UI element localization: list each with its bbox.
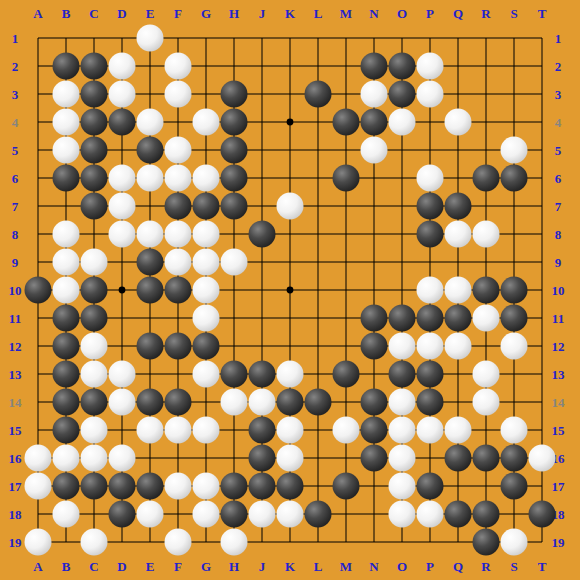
stone-black[interactable] — [221, 361, 248, 388]
col-label-top: J — [259, 6, 266, 21]
row-label-right: 9 — [555, 255, 562, 270]
stone-white[interactable] — [473, 221, 500, 248]
stone-white[interactable] — [109, 221, 136, 248]
row-label-left: 4 — [12, 115, 19, 130]
col-label-top: M — [340, 6, 352, 21]
stone-black[interactable] — [305, 501, 332, 528]
stone-white[interactable] — [25, 445, 52, 472]
row-label-left: 18 — [9, 507, 23, 522]
stone-black[interactable] — [81, 305, 108, 332]
stone-black[interactable] — [221, 109, 248, 136]
col-label-bottom: G — [201, 559, 211, 574]
col-label-top: K — [285, 6, 296, 21]
stone-black[interactable] — [137, 249, 164, 276]
stone-white[interactable] — [221, 389, 248, 416]
stone-white[interactable] — [193, 109, 220, 136]
stone-black[interactable] — [361, 389, 388, 416]
stone-black[interactable] — [501, 473, 528, 500]
stone-black[interactable] — [81, 53, 108, 80]
stone-white[interactable] — [249, 501, 276, 528]
stone-white[interactable] — [417, 165, 444, 192]
stone-white[interactable] — [109, 389, 136, 416]
stone-black[interactable] — [277, 389, 304, 416]
stone-black[interactable] — [529, 501, 556, 528]
col-label-bottom: C — [89, 559, 98, 574]
stone-white[interactable] — [389, 445, 416, 472]
stone-black[interactable] — [361, 417, 388, 444]
stone-black[interactable] — [445, 445, 472, 472]
stone-white[interactable] — [501, 137, 528, 164]
stone-white[interactable] — [417, 333, 444, 360]
stone-black[interactable] — [53, 361, 80, 388]
stone-black[interactable] — [81, 389, 108, 416]
col-label-top: O — [397, 6, 407, 21]
row-label-left: 9 — [12, 255, 19, 270]
stone-white[interactable] — [277, 417, 304, 444]
stone-white[interactable] — [445, 333, 472, 360]
stone-white[interactable] — [417, 501, 444, 528]
stone-black[interactable] — [137, 389, 164, 416]
stone-white[interactable] — [81, 445, 108, 472]
stone-black[interactable] — [221, 137, 248, 164]
stone-black[interactable] — [389, 53, 416, 80]
stone-black[interactable] — [137, 277, 164, 304]
stone-white[interactable] — [417, 417, 444, 444]
row-label-left: 13 — [9, 367, 23, 382]
star-point — [287, 119, 294, 126]
stone-black[interactable] — [165, 277, 192, 304]
stone-black[interactable] — [389, 361, 416, 388]
stone-white[interactable] — [25, 473, 52, 500]
stone-black[interactable] — [109, 501, 136, 528]
stone-black[interactable] — [25, 277, 52, 304]
stone-white[interactable] — [109, 165, 136, 192]
row-label-right: 12 — [552, 339, 565, 354]
stone-black[interactable] — [53, 53, 80, 80]
stone-black[interactable] — [333, 109, 360, 136]
stone-white[interactable] — [529, 445, 556, 472]
stone-black[interactable] — [417, 305, 444, 332]
col-label-top: R — [481, 6, 491, 21]
stone-black[interactable] — [333, 361, 360, 388]
stone-white[interactable] — [53, 81, 80, 108]
stone-white[interactable] — [81, 529, 108, 556]
stone-white[interactable] — [445, 109, 472, 136]
stone-black[interactable] — [249, 361, 276, 388]
stone-white[interactable] — [109, 53, 136, 80]
stone-white[interactable] — [361, 137, 388, 164]
stone-white[interactable] — [109, 361, 136, 388]
stone-black[interactable] — [81, 277, 108, 304]
stone-white[interactable] — [81, 249, 108, 276]
stone-black[interactable] — [277, 473, 304, 500]
stone-white[interactable] — [473, 389, 500, 416]
stone-white[interactable] — [109, 445, 136, 472]
row-label-right: 17 — [552, 479, 566, 494]
stone-black[interactable] — [221, 501, 248, 528]
col-label-top: A — [33, 6, 43, 21]
row-label-left: 6 — [12, 171, 19, 186]
stone-black[interactable] — [361, 445, 388, 472]
stone-black[interactable] — [361, 333, 388, 360]
stone-black[interactable] — [109, 109, 136, 136]
col-label-top: C — [89, 6, 98, 21]
stone-white[interactable] — [193, 305, 220, 332]
col-label-top: G — [201, 6, 211, 21]
col-label-bottom: J — [259, 559, 266, 574]
stone-black[interactable] — [445, 501, 472, 528]
row-label-left: 10 — [9, 283, 22, 298]
stone-white[interactable] — [277, 361, 304, 388]
stone-white[interactable] — [137, 109, 164, 136]
stone-black[interactable] — [473, 501, 500, 528]
stone-black[interactable] — [137, 473, 164, 500]
stone-white[interactable] — [193, 249, 220, 276]
row-label-right: 7 — [555, 199, 562, 214]
col-label-bottom: K — [285, 559, 296, 574]
stone-white[interactable] — [53, 249, 80, 276]
stone-black[interactable] — [473, 445, 500, 472]
stone-white[interactable] — [137, 417, 164, 444]
go-board-window: AABBCCDDEEFFGGHHJJKKLLMMNNOOPPQQRRSSTT11… — [0, 0, 580, 580]
stone-white[interactable] — [81, 361, 108, 388]
stone-white[interactable] — [81, 333, 108, 360]
stone-black[interactable] — [137, 333, 164, 360]
stone-white[interactable] — [333, 417, 360, 444]
stone-black[interactable] — [473, 165, 500, 192]
stone-white[interactable] — [53, 137, 80, 164]
stone-black[interactable] — [53, 473, 80, 500]
row-label-left: 14 — [9, 395, 23, 410]
stone-white[interactable] — [193, 501, 220, 528]
star-point — [119, 287, 126, 294]
col-label-top: B — [62, 6, 71, 21]
stone-white[interactable] — [445, 417, 472, 444]
col-label-bottom: F — [174, 559, 182, 574]
col-label-bottom: P — [426, 559, 434, 574]
stone-white[interactable] — [193, 165, 220, 192]
col-label-bottom: N — [369, 559, 379, 574]
stone-white[interactable] — [165, 529, 192, 556]
stone-black[interactable] — [389, 81, 416, 108]
row-label-left: 1 — [12, 31, 19, 46]
col-label-top: T — [538, 6, 547, 21]
stone-black[interactable] — [417, 389, 444, 416]
col-label-top: D — [117, 6, 126, 21]
stone-white[interactable] — [417, 81, 444, 108]
stone-white[interactable] — [277, 501, 304, 528]
stone-white[interactable] — [221, 529, 248, 556]
row-label-left: 17 — [9, 479, 23, 494]
col-label-top: L — [314, 6, 323, 21]
row-label-right: 2 — [555, 59, 562, 74]
stone-black[interactable] — [417, 193, 444, 220]
col-label-bottom: E — [146, 559, 155, 574]
stone-white[interactable] — [389, 417, 416, 444]
row-label-right: 3 — [555, 87, 562, 102]
row-label-right: 1 — [555, 31, 562, 46]
col-label-bottom: R — [481, 559, 491, 574]
stone-black[interactable] — [361, 53, 388, 80]
row-label-right: 11 — [552, 311, 564, 326]
stone-black[interactable] — [53, 305, 80, 332]
row-label-left: 8 — [12, 227, 19, 242]
stone-white[interactable] — [137, 165, 164, 192]
row-label-left: 2 — [12, 59, 19, 74]
stone-white[interactable] — [137, 221, 164, 248]
stone-white[interactable] — [193, 361, 220, 388]
stone-black[interactable] — [221, 193, 248, 220]
col-label-top: H — [229, 6, 239, 21]
stone-black[interactable] — [221, 473, 248, 500]
stone-white[interactable] — [501, 529, 528, 556]
stone-black[interactable] — [361, 305, 388, 332]
stone-white[interactable] — [193, 473, 220, 500]
stone-white[interactable] — [417, 277, 444, 304]
stone-black[interactable] — [165, 193, 192, 220]
stone-black[interactable] — [305, 81, 332, 108]
stone-white[interactable] — [81, 417, 108, 444]
stone-white[interactable] — [221, 249, 248, 276]
stone-white[interactable] — [53, 277, 80, 304]
stone-black[interactable] — [445, 305, 472, 332]
row-label-right: 15 — [552, 423, 566, 438]
stone-black[interactable] — [501, 445, 528, 472]
stone-black[interactable] — [109, 473, 136, 500]
stone-white[interactable] — [165, 473, 192, 500]
stone-white[interactable] — [165, 417, 192, 444]
stone-black[interactable] — [501, 165, 528, 192]
row-label-left: 11 — [9, 311, 21, 326]
col-label-top: E — [146, 6, 155, 21]
stone-black[interactable] — [81, 81, 108, 108]
row-label-right: 5 — [555, 143, 562, 158]
stone-black[interactable] — [221, 81, 248, 108]
stone-white[interactable] — [417, 53, 444, 80]
stone-black[interactable] — [249, 445, 276, 472]
stone-white[interactable] — [165, 137, 192, 164]
stone-black[interactable] — [249, 221, 276, 248]
stone-black[interactable] — [81, 165, 108, 192]
stone-black[interactable] — [473, 277, 500, 304]
go-board[interactable]: AABBCCDDEEFFGGHHJJKKLLMMNNOOPPQQRRSSTT11… — [0, 0, 580, 580]
stone-white[interactable] — [165, 165, 192, 192]
row-label-right: 10 — [552, 283, 565, 298]
stone-white[interactable] — [277, 193, 304, 220]
stone-white[interactable] — [389, 109, 416, 136]
stone-black[interactable] — [193, 193, 220, 220]
row-label-right: 6 — [555, 171, 562, 186]
stone-white[interactable] — [165, 221, 192, 248]
stone-black[interactable] — [249, 473, 276, 500]
col-label-top: Q — [453, 6, 463, 21]
stone-black[interactable] — [333, 473, 360, 500]
stone-white[interactable] — [193, 221, 220, 248]
stone-black[interactable] — [81, 193, 108, 220]
row-label-right: 19 — [552, 535, 566, 550]
stone-black[interactable] — [53, 389, 80, 416]
col-label-bottom: Q — [453, 559, 463, 574]
stone-black[interactable] — [501, 305, 528, 332]
stone-black[interactable] — [81, 137, 108, 164]
stone-black[interactable] — [193, 333, 220, 360]
stone-black[interactable] — [389, 305, 416, 332]
row-label-left: 19 — [9, 535, 23, 550]
stone-black[interactable] — [417, 221, 444, 248]
col-label-bottom: T — [538, 559, 547, 574]
stone-white[interactable] — [53, 221, 80, 248]
stone-black[interactable] — [361, 109, 388, 136]
stone-white[interactable] — [137, 501, 164, 528]
stone-white[interactable] — [165, 249, 192, 276]
stone-white[interactable] — [501, 333, 528, 360]
stone-white[interactable] — [473, 305, 500, 332]
row-label-right: 13 — [552, 367, 566, 382]
stone-white[interactable] — [109, 81, 136, 108]
col-label-bottom: A — [33, 559, 43, 574]
stone-black[interactable] — [333, 165, 360, 192]
col-label-top: P — [426, 6, 434, 21]
stone-black[interactable] — [473, 529, 500, 556]
stone-black[interactable] — [221, 165, 248, 192]
stone-white[interactable] — [473, 361, 500, 388]
star-point — [287, 287, 294, 294]
col-label-bottom: B — [62, 559, 71, 574]
row-label-right: 8 — [555, 227, 562, 242]
stone-white[interactable] — [193, 277, 220, 304]
col-label-bottom: M — [340, 559, 352, 574]
row-label-left: 3 — [12, 87, 19, 102]
stone-white[interactable] — [249, 389, 276, 416]
row-label-left: 7 — [12, 199, 19, 214]
row-label-left: 15 — [9, 423, 23, 438]
row-label-right: 4 — [555, 115, 562, 130]
col-label-bottom: D — [117, 559, 126, 574]
col-label-top: N — [369, 6, 379, 21]
stone-black[interactable] — [305, 389, 332, 416]
stone-white[interactable] — [193, 417, 220, 444]
stone-white[interactable] — [445, 277, 472, 304]
stone-white[interactable] — [389, 473, 416, 500]
stone-white[interactable] — [137, 25, 164, 52]
stone-black[interactable] — [81, 109, 108, 136]
stone-white[interactable] — [53, 501, 80, 528]
stone-white[interactable] — [109, 193, 136, 220]
stone-white[interactable] — [53, 109, 80, 136]
col-label-bottom: S — [510, 559, 517, 574]
stone-white[interactable] — [165, 53, 192, 80]
row-label-left: 12 — [9, 339, 22, 354]
stone-black[interactable] — [445, 193, 472, 220]
stone-black[interactable] — [137, 137, 164, 164]
stone-white[interactable] — [445, 221, 472, 248]
stone-white[interactable] — [389, 333, 416, 360]
stone-white[interactable] — [389, 501, 416, 528]
row-label-left: 5 — [12, 143, 19, 158]
stone-white[interactable] — [165, 81, 192, 108]
stone-white[interactable] — [277, 445, 304, 472]
stone-white[interactable] — [501, 417, 528, 444]
row-label-right: 14 — [552, 395, 566, 410]
stone-black[interactable] — [53, 165, 80, 192]
col-label-bottom: O — [397, 559, 407, 574]
stone-black[interactable] — [165, 389, 192, 416]
stone-black[interactable] — [417, 361, 444, 388]
stone-black[interactable] — [53, 333, 80, 360]
stone-white[interactable] — [25, 529, 52, 556]
col-label-bottom: L — [314, 559, 323, 574]
stone-black[interactable] — [249, 417, 276, 444]
stone-black[interactable] — [417, 473, 444, 500]
col-label-top: S — [510, 6, 517, 21]
stone-black[interactable] — [81, 473, 108, 500]
stone-white[interactable] — [53, 445, 80, 472]
stone-white[interactable] — [389, 389, 416, 416]
stone-black[interactable] — [53, 417, 80, 444]
col-label-top: F — [174, 6, 182, 21]
stone-black[interactable] — [501, 277, 528, 304]
row-label-left: 16 — [9, 451, 23, 466]
stone-white[interactable] — [361, 81, 388, 108]
col-label-bottom: H — [229, 559, 239, 574]
stone-black[interactable] — [165, 333, 192, 360]
